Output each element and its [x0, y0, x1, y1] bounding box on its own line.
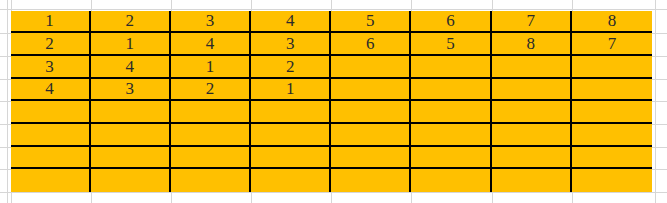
cell-r5c6[interactable] [411, 101, 491, 124]
cell-r6c2[interactable] [91, 124, 171, 147]
cell-r1c7[interactable]: 7 [492, 11, 572, 34]
cell-r6c1[interactable] [11, 124, 91, 147]
cell-r4c8[interactable] [572, 79, 652, 102]
cell-r2c5[interactable]: 6 [331, 33, 411, 56]
cell-r4c2[interactable]: 3 [91, 79, 171, 102]
cell-r8c8[interactable] [572, 169, 652, 192]
cell-r8c1[interactable] [11, 169, 91, 192]
cell-r7c3[interactable] [171, 147, 251, 170]
cell-r5c7[interactable] [492, 101, 572, 124]
cell-r4c6[interactable] [411, 79, 491, 102]
cell-r3c2[interactable]: 4 [91, 56, 171, 79]
cell-r7c7[interactable] [492, 147, 572, 170]
cell-r6c5[interactable] [331, 124, 411, 147]
number-grid: 123456782143658734124321 [11, 11, 653, 193]
cell-r3c8[interactable] [572, 56, 652, 79]
cell-r1c1[interactable]: 1 [11, 11, 91, 34]
cell-r7c2[interactable] [91, 147, 171, 170]
cell-r5c8[interactable] [572, 101, 652, 124]
cell-r3c6[interactable] [411, 56, 491, 79]
cell-r2c6[interactable]: 5 [411, 33, 491, 56]
cell-r7c8[interactable] [572, 147, 652, 170]
sheet-gridline-horizontal [0, 192, 667, 193]
cell-r1c5[interactable]: 5 [331, 11, 411, 34]
cell-r3c7[interactable] [492, 56, 572, 79]
cell-r3c4[interactable]: 2 [251, 56, 331, 79]
cell-r5c2[interactable] [91, 101, 171, 124]
cell-r2c3[interactable]: 4 [171, 33, 251, 56]
cell-r3c5[interactable] [331, 56, 411, 79]
cell-r2c7[interactable]: 8 [492, 33, 572, 56]
cell-r4c1[interactable]: 4 [11, 79, 91, 102]
cell-r4c3[interactable]: 2 [171, 79, 251, 102]
cell-r6c7[interactable] [492, 124, 572, 147]
cell-r8c6[interactable] [411, 169, 491, 192]
cell-r8c2[interactable] [91, 169, 171, 192]
cell-r7c5[interactable] [331, 147, 411, 170]
cell-r5c4[interactable] [251, 101, 331, 124]
cell-r5c3[interactable] [171, 101, 251, 124]
cell-r1c2[interactable]: 2 [91, 11, 171, 34]
cell-r8c3[interactable] [171, 169, 251, 192]
cell-r7c4[interactable] [251, 147, 331, 170]
cell-r1c3[interactable]: 3 [171, 11, 251, 34]
spreadsheet-canvas: 123456782143658734124321 [0, 0, 667, 203]
cell-r8c5[interactable] [331, 169, 411, 192]
cell-r2c4[interactable]: 3 [251, 33, 331, 56]
cell-r6c4[interactable] [251, 124, 331, 147]
cell-r8c4[interactable] [251, 169, 331, 192]
cell-r2c1[interactable]: 2 [11, 33, 91, 56]
cell-r6c6[interactable] [411, 124, 491, 147]
cell-r2c8[interactable]: 7 [572, 33, 652, 56]
cell-r4c7[interactable] [492, 79, 572, 102]
cell-r4c4[interactable]: 1 [251, 79, 331, 102]
cell-r6c8[interactable] [572, 124, 652, 147]
cell-r8c7[interactable] [492, 169, 572, 192]
cell-r7c6[interactable] [411, 147, 491, 170]
cell-r7c1[interactable] [11, 147, 91, 170]
cell-r1c4[interactable]: 4 [251, 11, 331, 34]
cell-r6c3[interactable] [171, 124, 251, 147]
cell-r1c6[interactable]: 6 [411, 11, 491, 34]
cell-r3c3[interactable]: 1 [171, 56, 251, 79]
cell-r5c1[interactable] [11, 101, 91, 124]
cell-r4c5[interactable] [331, 79, 411, 102]
cell-r3c1[interactable]: 3 [11, 56, 91, 79]
cell-r5c5[interactable] [331, 101, 411, 124]
cell-r2c2[interactable]: 1 [91, 33, 171, 56]
cell-r1c8[interactable]: 8 [572, 11, 652, 34]
